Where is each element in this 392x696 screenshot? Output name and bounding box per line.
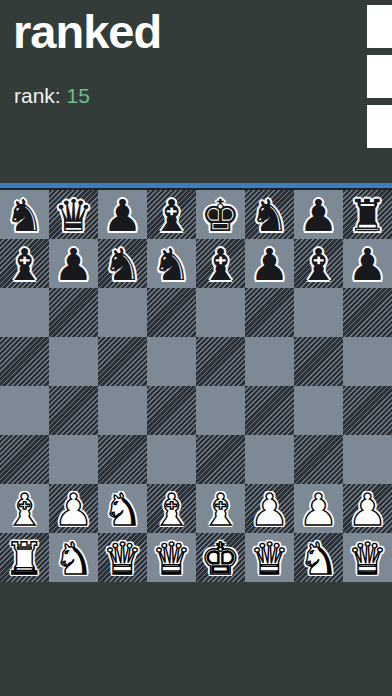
square-a5[interactable] [0, 337, 49, 386]
square-e6[interactable] [196, 288, 245, 337]
black-king: ♚ [196, 190, 245, 239]
square-a3[interactable] [0, 435, 49, 484]
white-knight: ♞ [294, 533, 343, 582]
square-f3[interactable] [245, 435, 294, 484]
square-h4[interactable] [343, 386, 392, 435]
menu-block [367, 55, 392, 98]
black-pawn: ♟ [343, 239, 392, 288]
square-d1[interactable]: ♛ [147, 533, 196, 582]
menu-block [367, 105, 392, 148]
white-knight: ♞ [49, 533, 98, 582]
square-h6[interactable] [343, 288, 392, 337]
square-b2[interactable]: ♟ [49, 484, 98, 533]
square-h3[interactable] [343, 435, 392, 484]
square-g7[interactable]: ♝ [294, 239, 343, 288]
white-queen: ♛ [147, 533, 196, 582]
square-d8[interactable]: ♝ [147, 190, 196, 239]
white-bishop: ♝ [196, 484, 245, 533]
white-king: ♚ [196, 533, 245, 582]
square-b6[interactable] [49, 288, 98, 337]
square-c2[interactable]: ♞ [98, 484, 147, 533]
square-d3[interactable] [147, 435, 196, 484]
square-d2[interactable]: ♝ [147, 484, 196, 533]
white-pawn: ♟ [294, 484, 343, 533]
square-a8[interactable]: ♞ [0, 190, 49, 239]
black-bishop: ♝ [294, 239, 343, 288]
square-c8[interactable]: ♟ [98, 190, 147, 239]
square-e2[interactable]: ♝ [196, 484, 245, 533]
square-d4[interactable] [147, 386, 196, 435]
black-knight: ♞ [245, 190, 294, 239]
square-b7[interactable]: ♟ [49, 239, 98, 288]
square-e7[interactable]: ♝ [196, 239, 245, 288]
square-b3[interactable] [49, 435, 98, 484]
square-c3[interactable] [98, 435, 147, 484]
square-a1[interactable]: ♜ [0, 533, 49, 582]
black-pawn: ♟ [98, 190, 147, 239]
white-pawn: ♟ [49, 484, 98, 533]
square-a4[interactable] [0, 386, 49, 435]
square-g1[interactable]: ♞ [294, 533, 343, 582]
square-e5[interactable] [196, 337, 245, 386]
top-panel: ranked rank: 15 [0, 0, 392, 183]
square-b1[interactable]: ♞ [49, 533, 98, 582]
square-b4[interactable] [49, 386, 98, 435]
black-bishop: ♝ [196, 239, 245, 288]
chess-board: ♞♛♟♝♚♞♟♜♝♟♞♞♝♟♝♟♝♟♞♝♝♟♟♟♜♞♛♛♚♛♞♛ [0, 190, 392, 582]
white-pawn: ♟ [245, 484, 294, 533]
rank-value: 15 [67, 84, 90, 107]
square-c7[interactable]: ♞ [98, 239, 147, 288]
black-rook: ♜ [343, 190, 392, 239]
black-bishop: ♝ [147, 190, 196, 239]
bottom-area: 4 Queens to 1? You've got this. [0, 582, 392, 696]
square-g6[interactable] [294, 288, 343, 337]
square-d6[interactable] [147, 288, 196, 337]
black-pawn: ♟ [245, 239, 294, 288]
white-knight: ♞ [98, 484, 147, 533]
square-e1[interactable]: ♚ [196, 533, 245, 582]
square-g4[interactable] [294, 386, 343, 435]
square-c1[interactable]: ♛ [98, 533, 147, 582]
square-g2[interactable]: ♟ [294, 484, 343, 533]
black-pawn: ♟ [294, 190, 343, 239]
square-h8[interactable]: ♜ [343, 190, 392, 239]
square-h2[interactable]: ♟ [343, 484, 392, 533]
menu-blocks-icon[interactable] [367, 0, 392, 160]
black-bishop: ♝ [0, 239, 49, 288]
square-e4[interactable] [196, 386, 245, 435]
square-e3[interactable] [196, 435, 245, 484]
square-f6[interactable] [245, 288, 294, 337]
black-knight: ♞ [147, 239, 196, 288]
white-pawn: ♟ [343, 484, 392, 533]
square-a2[interactable]: ♝ [0, 484, 49, 533]
square-d7[interactable]: ♞ [147, 239, 196, 288]
rank-label: rank: [14, 84, 61, 107]
square-a6[interactable] [0, 288, 49, 337]
board-top-divider [0, 183, 392, 190]
square-d5[interactable] [147, 337, 196, 386]
square-c4[interactable] [98, 386, 147, 435]
square-g5[interactable] [294, 337, 343, 386]
white-bishop: ♝ [147, 484, 196, 533]
square-f8[interactable]: ♞ [245, 190, 294, 239]
square-b8[interactable]: ♛ [49, 190, 98, 239]
square-h5[interactable] [343, 337, 392, 386]
square-f5[interactable] [245, 337, 294, 386]
square-f4[interactable] [245, 386, 294, 435]
square-c6[interactable] [98, 288, 147, 337]
square-h7[interactable]: ♟ [343, 239, 392, 288]
white-rook: ♜ [0, 533, 49, 582]
square-h1[interactable]: ♛ [343, 533, 392, 582]
square-a7[interactable]: ♝ [0, 239, 49, 288]
really-bad-chess-screen: ranked rank: 15 ♞♛♟♝♚♞♟♜♝♟♞♞♝♟♝♟♝♟♞♝♝♟♟♟… [0, 0, 392, 696]
square-g8[interactable]: ♟ [294, 190, 343, 239]
square-g3[interactable] [294, 435, 343, 484]
black-knight: ♞ [98, 239, 147, 288]
menu-block [367, 5, 392, 48]
white-bishop: ♝ [0, 484, 49, 533]
black-pawn: ♟ [49, 239, 98, 288]
rank-line: rank: 15 [14, 84, 90, 108]
white-queen: ♛ [343, 533, 392, 582]
white-queen: ♛ [98, 533, 147, 582]
black-queen: ♛ [49, 190, 98, 239]
square-c5[interactable] [98, 337, 147, 386]
white-queen: ♛ [245, 533, 294, 582]
black-knight: ♞ [0, 190, 49, 239]
square-f1[interactable]: ♛ [245, 533, 294, 582]
page-title: ranked [13, 4, 161, 59]
square-e8[interactable]: ♚ [196, 190, 245, 239]
square-f7[interactable]: ♟ [245, 239, 294, 288]
square-f2[interactable]: ♟ [245, 484, 294, 533]
square-b5[interactable] [49, 337, 98, 386]
